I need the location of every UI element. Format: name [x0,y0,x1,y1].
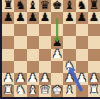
square-f5[interactable] [63,36,75,48]
square-a5[interactable] [2,36,14,48]
square-d4[interactable] [39,49,51,61]
piece-black-pawn-f7[interactable]: ♟ [64,12,74,24]
piece-black-pawn-b7[interactable]: ♟ [15,12,25,24]
piece-black-pawn-c7[interactable]: ♟ [27,12,37,24]
square-f7[interactable]: ♟ [63,12,75,24]
square-c4[interactable] [27,49,39,61]
square-e1[interactable]: ♚ [51,85,63,97]
square-b6[interactable] [14,24,26,36]
square-c1[interactable]: ♝ [27,85,39,97]
piece-white-pawn-e4[interactable]: ♟ [52,48,62,60]
square-g6[interactable] [76,24,88,36]
piece-white-queen-d1[interactable]: ♛ [40,85,50,97]
square-b7[interactable]: ♟ [14,12,26,24]
square-c5[interactable] [27,36,39,48]
piece-black-pawn-h7[interactable]: ♟ [89,12,99,24]
square-g2[interactable]: ♟ [76,73,88,85]
square-a1[interactable]: ♜ [2,85,14,97]
square-a7[interactable]: ♟ [2,12,14,24]
square-b1[interactable]: ♞ [14,85,26,97]
square-d1[interactable]: ♛ [39,85,51,97]
square-h1[interactable]: ♜ [88,85,100,97]
square-g7[interactable]: ♟ [76,12,88,24]
square-d6[interactable] [39,24,51,36]
square-d7[interactable]: ♟ [39,12,51,24]
square-e4[interactable]: ♟ [51,49,63,61]
square-e3[interactable] [51,61,63,73]
piece-black-pawn-a7[interactable]: ♟ [3,12,13,24]
piece-white-knight-b1[interactable]: ♞ [15,85,25,97]
square-c7[interactable]: ♟ [27,12,39,24]
square-a4[interactable] [2,49,14,61]
piece-black-king-e8[interactable]: ♚ [52,0,62,11]
square-f1[interactable]: ♝ [63,85,75,97]
square-e8[interactable]: ♚ [51,0,63,12]
square-h4[interactable] [88,49,100,61]
piece-white-rook-a1[interactable]: ♜ [3,85,13,97]
piece-black-pawn-d7[interactable]: ♟ [40,12,50,24]
chess-app: ♜♞♝♛♚♝♞♜♟♟♟♟♟♟♟♟♟♞♟♟♟♟♟♟♟♜♞♝♛♚♝♜ [0,0,100,99]
square-h6[interactable] [88,24,100,36]
piece-white-king-e1[interactable]: ♚ [52,85,62,97]
piece-white-pawn-g2[interactable]: ♟ [76,73,86,85]
square-g4[interactable] [76,49,88,61]
piece-white-rook-h1[interactable]: ♜ [89,85,99,97]
chess-board[interactable]: ♜♞♝♛♚♝♞♜♟♟♟♟♟♟♟♟♟♞♟♟♟♟♟♟♟♜♞♝♛♚♝♜ [2,0,100,97]
piece-white-bishop-f1[interactable]: ♝ [64,85,74,97]
piece-black-pawn-g7[interactable]: ♟ [76,12,86,24]
square-h7[interactable]: ♟ [88,12,100,24]
square-b5[interactable] [14,36,26,48]
square-a6[interactable] [2,24,14,36]
square-c6[interactable] [27,24,39,36]
square-f6[interactable] [63,24,75,36]
square-g1[interactable] [76,85,88,97]
square-g5[interactable] [76,36,88,48]
square-h5[interactable] [88,36,100,48]
piece-white-bishop-c1[interactable]: ♝ [27,85,37,97]
square-b4[interactable] [14,49,26,61]
square-e7[interactable] [51,12,63,24]
square-d5[interactable] [39,36,51,48]
